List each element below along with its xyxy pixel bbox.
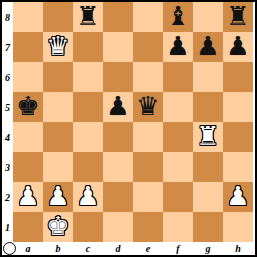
white-pawn-c2[interactable]: ♟ bbox=[73, 182, 103, 212]
square-g8[interactable] bbox=[193, 2, 223, 32]
square-g4[interactable]: ♜ bbox=[193, 122, 223, 152]
square-f1[interactable] bbox=[163, 212, 193, 242]
square-b6[interactable] bbox=[43, 62, 73, 92]
square-g5[interactable] bbox=[193, 92, 223, 122]
square-b1[interactable]: ♚ bbox=[43, 212, 73, 242]
square-e1[interactable] bbox=[133, 212, 163, 242]
square-e8[interactable] bbox=[133, 2, 163, 32]
square-h8[interactable]: ♜ bbox=[223, 2, 253, 32]
square-c4[interactable] bbox=[73, 122, 103, 152]
square-e6[interactable] bbox=[133, 62, 163, 92]
rank-labels: 87654321 bbox=[2, 2, 13, 242]
square-g2[interactable] bbox=[193, 182, 223, 212]
square-e4[interactable] bbox=[133, 122, 163, 152]
square-b2[interactable]: ♟ bbox=[43, 182, 73, 212]
square-d3[interactable] bbox=[103, 152, 133, 182]
file-label-g: g bbox=[193, 242, 223, 255]
rank-label-3: 3 bbox=[2, 152, 13, 182]
black-rook-c8[interactable]: ♜ bbox=[73, 2, 103, 32]
square-e2[interactable] bbox=[133, 182, 163, 212]
black-king-a5[interactable]: ♚ bbox=[13, 92, 43, 122]
square-b8[interactable] bbox=[43, 2, 73, 32]
rank-label-1: 1 bbox=[2, 212, 13, 242]
square-h1[interactable] bbox=[223, 212, 253, 242]
square-e3[interactable] bbox=[133, 152, 163, 182]
white-king-b1[interactable]: ♚ bbox=[43, 212, 73, 242]
square-a7[interactable] bbox=[13, 32, 43, 62]
black-pawn-h7[interactable]: ♟ bbox=[223, 32, 253, 62]
square-b3[interactable] bbox=[43, 152, 73, 182]
square-d8[interactable] bbox=[103, 2, 133, 32]
black-pawn-g7[interactable]: ♟ bbox=[193, 32, 223, 62]
square-h7[interactable]: ♟ bbox=[223, 32, 253, 62]
square-h5[interactable] bbox=[223, 92, 253, 122]
square-h6[interactable] bbox=[223, 62, 253, 92]
square-d2[interactable] bbox=[103, 182, 133, 212]
square-b5[interactable] bbox=[43, 92, 73, 122]
square-d5[interactable]: ♟ bbox=[103, 92, 133, 122]
square-g3[interactable] bbox=[193, 152, 223, 182]
white-pawn-a2[interactable]: ♟ bbox=[13, 182, 43, 212]
square-a8[interactable] bbox=[13, 2, 43, 32]
square-a5[interactable]: ♚ bbox=[13, 92, 43, 122]
chess-board[interactable]: ♜♝♜♛♟♟♟♚♟♛♜♟♟♟♟♚ bbox=[13, 2, 253, 242]
file-label-c: c bbox=[73, 242, 103, 255]
black-pawn-d5[interactable]: ♟ bbox=[103, 92, 133, 122]
square-g6[interactable] bbox=[193, 62, 223, 92]
square-g1[interactable] bbox=[193, 212, 223, 242]
square-a3[interactable] bbox=[13, 152, 43, 182]
square-d6[interactable] bbox=[103, 62, 133, 92]
square-f3[interactable] bbox=[163, 152, 193, 182]
square-d4[interactable] bbox=[103, 122, 133, 152]
square-a2[interactable]: ♟ bbox=[13, 182, 43, 212]
file-label-f: f bbox=[163, 242, 193, 255]
square-a4[interactable] bbox=[13, 122, 43, 152]
file-label-e: e bbox=[133, 242, 163, 255]
file-label-d: d bbox=[103, 242, 133, 255]
square-e5[interactable]: ♛ bbox=[133, 92, 163, 122]
file-label-a: a bbox=[13, 242, 43, 255]
square-h2[interactable]: ♟ bbox=[223, 182, 253, 212]
square-c6[interactable] bbox=[73, 62, 103, 92]
square-f4[interactable] bbox=[163, 122, 193, 152]
black-pawn-f7[interactable]: ♟ bbox=[163, 32, 193, 62]
rank-label-8: 8 bbox=[2, 2, 13, 32]
square-e7[interactable] bbox=[133, 32, 163, 62]
white-pawn-b2[interactable]: ♟ bbox=[43, 182, 73, 212]
white-to-move-indicator bbox=[3, 242, 16, 255]
white-queen-b7[interactable]: ♛ bbox=[43, 32, 73, 62]
white-rook-g4[interactable]: ♜ bbox=[193, 122, 223, 152]
rank-label-5: 5 bbox=[2, 92, 13, 122]
square-c7[interactable] bbox=[73, 32, 103, 62]
black-bishop-f8[interactable]: ♝ bbox=[163, 2, 193, 32]
square-d7[interactable] bbox=[103, 32, 133, 62]
square-f7[interactable]: ♟ bbox=[163, 32, 193, 62]
square-a1[interactable] bbox=[13, 212, 43, 242]
rank-label-4: 4 bbox=[2, 122, 13, 152]
square-b4[interactable] bbox=[43, 122, 73, 152]
square-f2[interactable] bbox=[163, 182, 193, 212]
square-c8[interactable]: ♜ bbox=[73, 2, 103, 32]
black-queen-e5[interactable]: ♛ bbox=[133, 92, 163, 122]
square-h4[interactable] bbox=[223, 122, 253, 152]
square-f6[interactable] bbox=[163, 62, 193, 92]
file-label-b: b bbox=[43, 242, 73, 255]
file-label-h: h bbox=[223, 242, 253, 255]
chess-diagram: 87654321 ♜♝♜♛♟♟♟♚♟♛♜♟♟♟♟♚ abcdefgh bbox=[0, 0, 257, 257]
square-h3[interactable] bbox=[223, 152, 253, 182]
square-b7[interactable]: ♛ bbox=[43, 32, 73, 62]
square-c2[interactable]: ♟ bbox=[73, 182, 103, 212]
square-c1[interactable] bbox=[73, 212, 103, 242]
square-d1[interactable] bbox=[103, 212, 133, 242]
rank-label-6: 6 bbox=[2, 62, 13, 92]
file-labels: abcdefgh bbox=[13, 242, 253, 255]
square-c3[interactable] bbox=[73, 152, 103, 182]
white-pawn-h2[interactable]: ♟ bbox=[223, 182, 253, 212]
rank-label-7: 7 bbox=[2, 32, 13, 62]
rank-label-2: 2 bbox=[2, 182, 13, 212]
square-f5[interactable] bbox=[163, 92, 193, 122]
square-c5[interactable] bbox=[73, 92, 103, 122]
square-a6[interactable] bbox=[13, 62, 43, 92]
square-f8[interactable]: ♝ bbox=[163, 2, 193, 32]
square-g7[interactable]: ♟ bbox=[193, 32, 223, 62]
black-rook-h8[interactable]: ♜ bbox=[223, 2, 253, 32]
